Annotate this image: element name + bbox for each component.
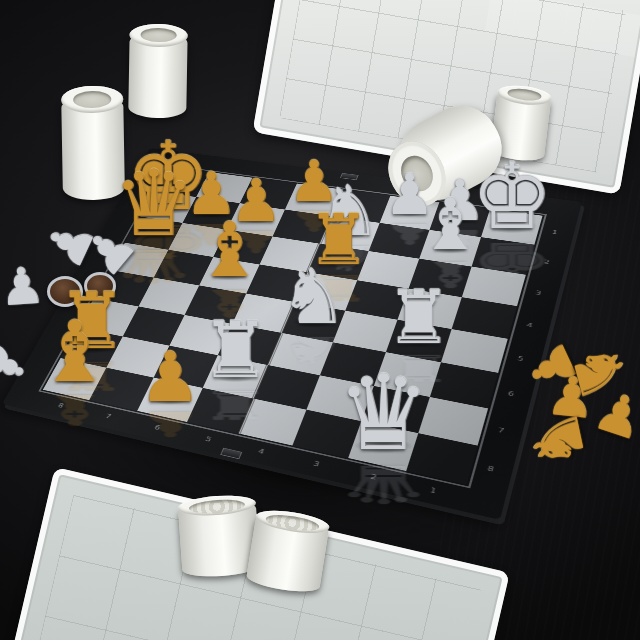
piece-silver-rook-d2: ♜: [201, 313, 271, 391]
frame-coordinate: 6: [507, 391, 515, 398]
piece-silver-king-h8: ♚: [471, 152, 553, 243]
frame-coordinate: 3: [312, 461, 320, 468]
silicone-cylinder-mold: [245, 507, 330, 596]
silicone-cylinder-mold: [128, 24, 188, 119]
frame-coordinate: 4: [257, 448, 265, 455]
frame-coordinate: 4: [526, 322, 533, 328]
piece-gold-bishop-a1: ♝: [37, 310, 112, 394]
piece-silver-rook-g4: ♜: [386, 280, 452, 354]
frame-coordinate: 7: [497, 427, 505, 434]
frame-coordinate: 1: [429, 487, 437, 495]
frame-coordinate: 3: [535, 290, 542, 296]
piece-gold-bishop-c5: ♝: [196, 213, 264, 289]
frame-coordinate: 8: [487, 465, 495, 473]
piece-silver-queen-g1: ♛: [337, 360, 430, 464]
frame-coordinate: 5: [204, 436, 212, 443]
piece-silver-bishop-g7: ♝: [418, 189, 482, 260]
product-photo-scene: 1234567887654321 ♟♟♚♚♟♟♟♟♟♟♟♟♚♚♛♛♞♞♟♝♝♟♜…: [0, 0, 640, 640]
piece-silver-knight-e4: ♞: [280, 260, 348, 336]
piece-gold-pawn-c1: ♟: [139, 343, 201, 412]
